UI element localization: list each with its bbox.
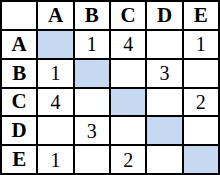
cell-E-E: [184, 146, 220, 175]
cell-B-E: [184, 60, 220, 89]
cell-D-A: [38, 117, 74, 146]
col-header-D: D: [147, 2, 183, 31]
row-header-E: E: [2, 146, 38, 175]
cell-D-C: [111, 117, 147, 146]
col-header-A: A: [38, 2, 74, 31]
weight-matrix-board: A B C D E A 1 4 1 B 1 3 C 4 2 D 3 E 1 2: [0, 0, 220, 175]
corner-cell: [2, 2, 38, 31]
cell-B-D: 3: [147, 60, 183, 89]
cell-C-A: 4: [38, 89, 74, 118]
cell-C-C: [111, 89, 147, 118]
cell-D-D: [147, 117, 183, 146]
cell-C-D: [147, 89, 183, 118]
row-header-C: C: [2, 89, 38, 118]
cell-A-C: 4: [111, 31, 147, 60]
col-header-E: E: [184, 2, 220, 31]
cell-B-A: 1: [38, 60, 74, 89]
cell-E-A: 1: [38, 146, 74, 175]
cell-E-C: 2: [111, 146, 147, 175]
cell-A-B: 1: [75, 31, 111, 60]
cell-E-D: [147, 146, 183, 175]
cell-D-B: 3: [75, 117, 111, 146]
cell-C-E: 2: [184, 89, 220, 118]
col-header-B: B: [75, 2, 111, 31]
row-header-D: D: [2, 117, 38, 146]
cell-E-B: [75, 146, 111, 175]
col-header-C: C: [111, 2, 147, 31]
cell-B-C: [111, 60, 147, 89]
cell-C-B: [75, 89, 111, 118]
row-header-A: A: [2, 31, 38, 60]
cell-A-D: [147, 31, 183, 60]
cell-B-B: [75, 60, 111, 89]
cell-D-E: [184, 117, 220, 146]
cell-A-A: [38, 31, 74, 60]
row-header-B: B: [2, 60, 38, 89]
cell-A-E: 1: [184, 31, 220, 60]
